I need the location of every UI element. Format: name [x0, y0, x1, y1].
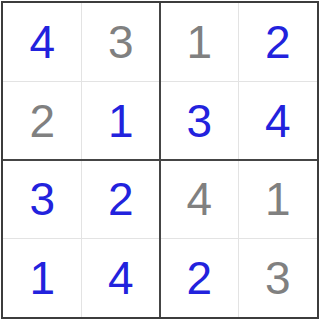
digit-filled: 2: [265, 19, 291, 65]
digit-given: 2: [29, 98, 55, 144]
cell-r3c1[interactable]: 3: [3, 160, 82, 239]
sudoku-grid: 4312213432411423: [3, 3, 317, 317]
cell-r3c4[interactable]: 1: [239, 160, 318, 239]
digit-filled: 4: [108, 255, 134, 301]
digit-filled: 1: [29, 255, 55, 301]
digit-filled: 3: [186, 98, 212, 144]
digit-filled: 4: [265, 98, 291, 144]
digit-given: 1: [265, 176, 291, 222]
digit-filled: 1: [108, 98, 134, 144]
cell-r2c4[interactable]: 4: [239, 82, 318, 161]
cell-r4c3[interactable]: 2: [160, 239, 239, 318]
cell-r1c3[interactable]: 1: [160, 3, 239, 82]
digit-filled: 2: [186, 255, 212, 301]
digit-filled: 4: [29, 19, 55, 65]
cell-r3c2[interactable]: 2: [82, 160, 161, 239]
digit-given: 3: [108, 19, 134, 65]
cell-r4c1[interactable]: 1: [3, 239, 82, 318]
cell-r1c4[interactable]: 2: [239, 3, 318, 82]
digit-given: 3: [265, 255, 291, 301]
digit-filled: 2: [108, 176, 134, 222]
cell-r4c2[interactable]: 4: [82, 239, 161, 318]
cell-r2c3[interactable]: 3: [160, 82, 239, 161]
digit-filled: 3: [29, 176, 55, 222]
digit-given: 1: [186, 19, 212, 65]
cell-r4c4[interactable]: 3: [239, 239, 318, 318]
cell-r2c2[interactable]: 1: [82, 82, 161, 161]
digit-given: 4: [186, 176, 212, 222]
cell-r2c1[interactable]: 2: [3, 82, 82, 161]
cell-r1c1[interactable]: 4: [3, 3, 82, 82]
sudoku-board: 4312213432411423: [1, 1, 319, 319]
cell-r3c3[interactable]: 4: [160, 160, 239, 239]
cell-r1c2[interactable]: 3: [82, 3, 161, 82]
